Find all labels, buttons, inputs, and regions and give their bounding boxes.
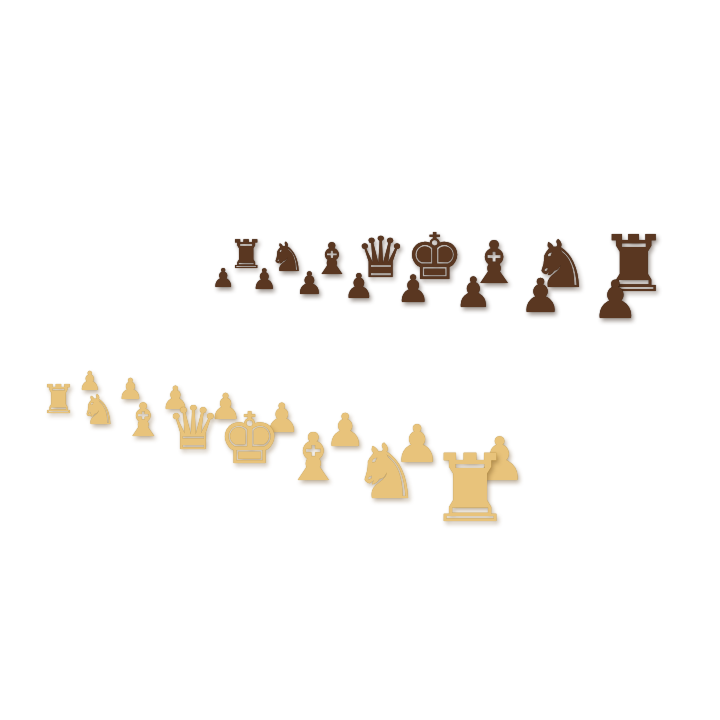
square-b5	[189, 312, 258, 338]
square-e5	[332, 328, 415, 360]
edge-f2	[307, 423, 404, 470]
square-e4	[306, 352, 391, 387]
square-c4	[205, 338, 280, 368]
square-d4	[253, 345, 332, 378]
edge-d3	[225, 376, 306, 412]
edge-b3	[135, 361, 207, 392]
piece-white-rook-a1: ♜	[40, 380, 76, 420]
edge-f5	[392, 341, 481, 375]
edge-e3	[278, 384, 365, 423]
piece-black-bishop-c8: ♝	[312, 237, 352, 281]
edge-d5	[281, 329, 359, 359]
square-g2	[374, 429, 480, 481]
edge-a6	[176, 297, 240, 320]
edge-a8	[223, 263, 284, 282]
edge-a4	[124, 334, 190, 361]
edge-h6	[553, 329, 654, 365]
piece-black-knight-g8: ♞	[531, 232, 590, 298]
square-e2	[247, 404, 337, 447]
piece-black-pawn-e7: ♟	[396, 270, 430, 308]
piece-black-pawn-b7: ♟	[252, 266, 278, 295]
edge-b1	[72, 407, 147, 444]
piece-black-rook-a8: ♜	[228, 236, 263, 276]
piece-white-pawn-e2: ♟	[264, 398, 300, 438]
piece-black-pawn-g7: ♟	[519, 273, 561, 320]
edge-f7	[439, 295, 523, 323]
square-f5	[391, 334, 480, 368]
edge-a3	[96, 354, 164, 383]
square-d1	[161, 421, 247, 464]
square-g4	[431, 369, 530, 410]
edge-b2	[104, 383, 177, 417]
edge-g3	[404, 405, 506, 451]
piece-white-bishop-c1: ♝	[123, 397, 164, 443]
piece-white-king-e1: ♚	[218, 404, 281, 475]
square-c8	[305, 260, 373, 281]
square-h8	[592, 273, 687, 302]
pieces-layer: ♜♞♝♛♚♝♞♜♟♟♟♟♟♟♟♟♟♟♟♟♟♟♟♟♜♞♝♛♚♝♞♜	[0, 0, 720, 720]
square-f8	[460, 267, 542, 292]
piece-white-queen-d1: ♛	[166, 398, 220, 458]
edge-b6	[215, 300, 282, 324]
piece-black-pawn-f7: ♟	[455, 272, 493, 314]
edge-g6	[481, 323, 574, 356]
square-c2	[146, 385, 224, 421]
piece-white-rook-h1: ♜	[428, 442, 512, 536]
edge-d4	[254, 352, 333, 385]
square-a7	[199, 272, 261, 293]
edge-d2	[195, 401, 279, 440]
edge-a5	[151, 315, 216, 339]
square-f3	[336, 387, 430, 429]
edge-e8	[404, 272, 481, 296]
square-c5	[232, 317, 305, 345]
square-f7	[438, 288, 522, 316]
chess-board	[33, 256, 687, 546]
square-a1	[33, 391, 103, 425]
square-d3	[224, 369, 305, 405]
square-e3	[277, 377, 364, 416]
board-side-edge	[34, 263, 688, 553]
edge-c8	[306, 267, 374, 288]
edge-a1	[34, 398, 104, 432]
piece-white-pawn-d2: ♟	[210, 390, 242, 426]
square-d8	[351, 262, 423, 284]
square-g7	[502, 292, 593, 322]
square-e6	[357, 306, 438, 335]
square-h7	[573, 297, 671, 329]
square-f6	[415, 311, 502, 342]
edge-h2	[452, 451, 567, 509]
piece-black-bishop-f8: ♝	[468, 234, 521, 293]
piece-white-knight-b1: ♞	[80, 389, 117, 430]
square-g5	[456, 341, 552, 378]
edge-c2	[147, 392, 225, 428]
square-b2	[103, 376, 176, 410]
square-h1	[420, 481, 540, 546]
square-a6	[175, 290, 239, 313]
edge-g1	[343, 470, 452, 528]
square-h4	[506, 379, 614, 424]
edge-g2	[375, 436, 481, 488]
edge-d8	[352, 269, 424, 291]
square-a4	[123, 327, 189, 354]
piece-white-knight-g1: ♞	[352, 435, 420, 511]
edge-h3	[480, 417, 591, 468]
edge-b8	[263, 265, 328, 285]
square-b8	[262, 258, 327, 278]
edge-f3	[337, 394, 431, 436]
square-c1	[114, 410, 194, 450]
edge-g8	[523, 277, 611, 304]
square-a3	[95, 347, 163, 376]
edge-f4	[366, 367, 458, 405]
edge-d1	[162, 428, 248, 471]
square-g6	[480, 316, 573, 349]
square-b4	[162, 332, 232, 360]
square-d6	[305, 301, 381, 328]
edge-c1	[115, 417, 195, 457]
edge-c6	[259, 304, 330, 329]
piece-black-pawn-a7: ♟	[211, 265, 234, 291]
photo-canvas: ♜♞♝♛♚♝♞♜♟♟♟♟♟♟♟♟♟♟♟♟♟♟♟♟♜♞♝♛♚♝♞♜	[0, 0, 720, 720]
edge-h4	[507, 386, 615, 431]
piece-white-pawn-h2: ♟	[473, 430, 527, 490]
edge-e2	[248, 411, 338, 454]
square-f1	[274, 447, 374, 499]
piece-black-pawn-c7: ♟	[295, 268, 323, 299]
square-c6	[258, 297, 329, 322]
square-a2	[65, 369, 134, 401]
square-d5	[280, 322, 358, 352]
edge-g5	[457, 348, 553, 385]
square-e1	[214, 433, 306, 481]
piece-white-pawn-b2: ♟	[117, 374, 143, 403]
square-a8	[222, 256, 283, 275]
edge-h8	[593, 280, 688, 309]
edge-e5	[333, 335, 416, 367]
edge-c5	[233, 324, 306, 352]
piece-black-knight-b8: ♞	[269, 237, 305, 277]
piece-white-pawn-a2: ♟	[78, 368, 102, 394]
edge-h1	[421, 488, 541, 553]
square-g8	[522, 270, 610, 297]
square-d7	[329, 281, 403, 306]
square-g1	[342, 463, 451, 521]
edge-f1	[275, 454, 375, 506]
edge-d6	[306, 308, 382, 335]
piece-black-queen-d8: ♛	[356, 229, 407, 286]
square-f4	[365, 360, 457, 398]
piece-white-pawn-f2: ♟	[325, 408, 366, 454]
piece-black-pawn-d7: ♟	[343, 269, 374, 303]
edge-g7	[503, 299, 594, 329]
edge-d7	[330, 288, 404, 313]
square-h6	[552, 322, 653, 358]
square-b3	[134, 354, 206, 385]
edge-b7	[240, 282, 306, 304]
square-b6	[214, 293, 281, 317]
edge-a7	[200, 279, 262, 300]
square-b7	[239, 275, 305, 297]
piece-white-pawn-c2: ♟	[161, 382, 190, 414]
square-c7	[282, 278, 352, 301]
edge-e4	[307, 359, 392, 394]
edge-c7	[283, 285, 353, 308]
edge-e1	[215, 440, 307, 488]
piece-black-king-e8: ♚	[406, 225, 464, 290]
square-e7	[381, 284, 460, 310]
edge-f6	[416, 318, 503, 349]
square-g3	[403, 398, 505, 444]
edge-g4	[432, 376, 531, 417]
edge-h7	[574, 304, 672, 336]
square-c3	[177, 361, 253, 394]
square-h3	[479, 410, 590, 461]
edge-b5	[190, 319, 259, 345]
piece-black-pawn-h7: ♟	[592, 274, 639, 327]
square-h2	[451, 444, 566, 502]
piece-white-bishop-f1: ♝	[284, 425, 343, 491]
edge-c3	[178, 368, 254, 401]
edge-h5	[531, 356, 635, 396]
square-h5	[530, 349, 634, 389]
square-e8	[403, 265, 480, 289]
square-a5	[150, 308, 215, 332]
square-f2	[306, 416, 403, 463]
edge-e6	[358, 313, 439, 342]
square-d2	[194, 394, 278, 433]
edge-b4	[163, 339, 233, 367]
edge-a2	[66, 376, 135, 408]
edge-c4	[206, 345, 281, 375]
square-b1	[71, 400, 146, 437]
edge-e7	[382, 291, 461, 317]
edge-f8	[461, 274, 543, 299]
piece-black-rook-h8: ♜	[599, 226, 669, 304]
piece-white-pawn-g2: ♟	[394, 419, 441, 471]
